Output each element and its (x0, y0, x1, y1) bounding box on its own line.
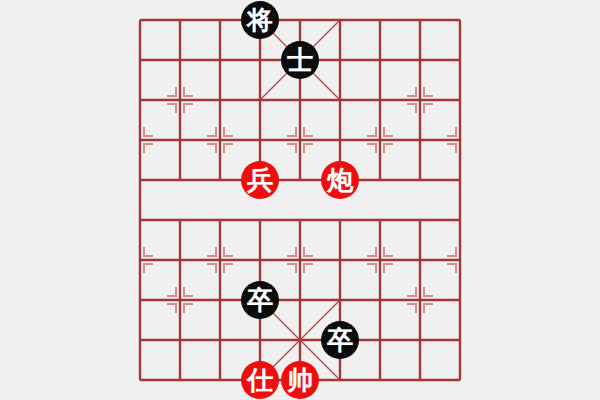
page-background: 将士兵炮卒卒仕帅 (0, 0, 600, 400)
piece-black-soldier-2[interactable]: 卒 (321, 321, 359, 359)
piece-red-advisor[interactable]: 仕 (241, 361, 279, 399)
piece-black-general[interactable]: 将 (241, 1, 279, 39)
piece-black-advisor[interactable]: 士 (281, 41, 319, 79)
xiangqi-board: 将士兵炮卒卒仕帅 (140, 20, 460, 380)
piece-black-soldier-1[interactable]: 卒 (241, 281, 279, 319)
piece-red-soldier[interactable]: 兵 (241, 161, 279, 199)
piece-red-cannon[interactable]: 炮 (321, 161, 359, 199)
piece-red-general[interactable]: 帅 (281, 361, 319, 399)
